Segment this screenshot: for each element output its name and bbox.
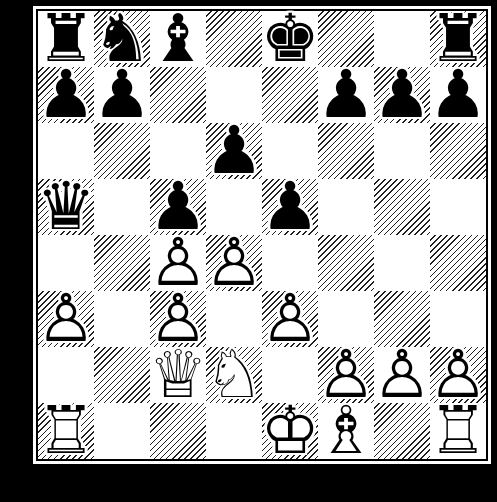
- square-e5[interactable]: ♟♟: [262, 179, 318, 235]
- chess-diagram: ♜♜♞♞♝♝♚♚♜♜♟♟♟♟♟♟♟♟♟♟♟♟♛♛♟♟♟♟♟♙♟♙♟♙♟♙♟♙♛♕…: [33, 6, 491, 464]
- white-pawn-icon: ♙: [150, 291, 206, 347]
- square-c1[interactable]: [150, 403, 206, 459]
- black-rook-icon: ♜: [38, 11, 94, 67]
- piece-halo: ♟: [318, 347, 374, 403]
- square-d5[interactable]: [206, 179, 262, 235]
- square-d7[interactable]: [206, 67, 262, 123]
- square-h4[interactable]: [430, 235, 486, 291]
- square-f1[interactable]: ♝♗: [318, 403, 374, 459]
- square-a4[interactable]: [38, 235, 94, 291]
- white-rook-icon: ♖: [430, 403, 486, 459]
- square-e1[interactable]: ♚♔: [262, 403, 318, 459]
- black-pawn-icon: ♟: [38, 67, 94, 123]
- piece-halo: ♚: [262, 403, 318, 459]
- piece-halo: ♟: [94, 67, 150, 123]
- piece-halo: ♟: [374, 67, 430, 123]
- square-c3[interactable]: ♟♙: [150, 291, 206, 347]
- square-h5[interactable]: [430, 179, 486, 235]
- black-pawn-icon: ♟: [262, 179, 318, 235]
- white-pawn-icon: ♙: [262, 291, 318, 347]
- square-d6[interactable]: ♟♟: [206, 123, 262, 179]
- white-pawn-icon: ♙: [374, 347, 430, 403]
- square-b7[interactable]: ♟♟: [94, 67, 150, 123]
- square-b5[interactable]: [94, 179, 150, 235]
- piece-halo: ♞: [94, 11, 150, 67]
- white-bishop-icon: ♗: [318, 403, 374, 459]
- white-queen-icon: ♕: [150, 347, 206, 403]
- square-e8[interactable]: ♚♚: [262, 11, 318, 67]
- square-g8[interactable]: [374, 11, 430, 67]
- piece-halo: ♟: [430, 347, 486, 403]
- piece-halo: ♟: [430, 67, 486, 123]
- square-e3[interactable]: ♟♙: [262, 291, 318, 347]
- square-g5[interactable]: [374, 179, 430, 235]
- square-f8[interactable]: [318, 11, 374, 67]
- piece-halo: ♞: [206, 347, 262, 403]
- square-g2[interactable]: ♟♙: [374, 347, 430, 403]
- white-pawn-icon: ♙: [318, 347, 374, 403]
- piece-halo: ♟: [206, 235, 262, 291]
- square-e2[interactable]: [262, 347, 318, 403]
- black-rook-icon: ♜: [430, 11, 486, 67]
- white-pawn-icon: ♙: [38, 291, 94, 347]
- page-background: { "game": "chess", "position": { "fen": …: [0, 0, 497, 502]
- square-b6[interactable]: [94, 123, 150, 179]
- square-e7[interactable]: [262, 67, 318, 123]
- white-king-icon: ♔: [262, 403, 318, 459]
- black-pawn-icon: ♟: [374, 67, 430, 123]
- square-c4[interactable]: ♟♙: [150, 235, 206, 291]
- black-pawn-icon: ♟: [150, 179, 206, 235]
- piece-halo: ♜: [430, 403, 486, 459]
- square-e4[interactable]: [262, 235, 318, 291]
- piece-halo: ♝: [150, 11, 206, 67]
- piece-halo: ♛: [150, 347, 206, 403]
- piece-halo: ♟: [206, 123, 262, 179]
- square-c6[interactable]: [150, 123, 206, 179]
- white-knight-icon: ♘: [206, 347, 262, 403]
- square-g4[interactable]: [374, 235, 430, 291]
- white-pawn-icon: ♙: [150, 235, 206, 291]
- square-f4[interactable]: [318, 235, 374, 291]
- square-a6[interactable]: [38, 123, 94, 179]
- white-pawn-icon: ♙: [206, 235, 262, 291]
- square-h3[interactable]: [430, 291, 486, 347]
- square-c2[interactable]: ♛♕: [150, 347, 206, 403]
- square-b1[interactable]: [94, 403, 150, 459]
- piece-halo: ♝: [318, 403, 374, 459]
- square-h1[interactable]: ♜♖: [430, 403, 486, 459]
- square-f7[interactable]: ♟♟: [318, 67, 374, 123]
- square-c5[interactable]: ♟♟: [150, 179, 206, 235]
- piece-halo: ♟: [150, 291, 206, 347]
- square-b2[interactable]: [94, 347, 150, 403]
- square-c8[interactable]: ♝♝: [150, 11, 206, 67]
- square-g6[interactable]: [374, 123, 430, 179]
- square-a7[interactable]: ♟♟: [38, 67, 94, 123]
- white-rook-icon: ♖: [38, 403, 94, 459]
- square-b3[interactable]: [94, 291, 150, 347]
- piece-halo: ♚: [262, 11, 318, 67]
- square-h2[interactable]: ♟♙: [430, 347, 486, 403]
- square-a8[interactable]: ♜♜: [38, 11, 94, 67]
- square-g3[interactable]: [374, 291, 430, 347]
- square-d3[interactable]: [206, 291, 262, 347]
- square-f5[interactable]: [318, 179, 374, 235]
- chess-board: ♜♜♞♞♝♝♚♚♜♜♟♟♟♟♟♟♟♟♟♟♟♟♛♛♟♟♟♟♟♙♟♙♟♙♟♙♟♙♛♕…: [38, 11, 486, 459]
- piece-halo: ♟: [150, 235, 206, 291]
- piece-halo: ♟: [38, 67, 94, 123]
- black-bishop-icon: ♝: [150, 11, 206, 67]
- square-g7[interactable]: ♟♟: [374, 67, 430, 123]
- square-h6[interactable]: [430, 123, 486, 179]
- piece-halo: ♟: [150, 179, 206, 235]
- piece-halo: ♟: [318, 67, 374, 123]
- black-knight-icon: ♞: [94, 11, 150, 67]
- square-d2[interactable]: ♞♘: [206, 347, 262, 403]
- piece-halo: ♟: [38, 291, 94, 347]
- white-pawn-icon: ♙: [430, 347, 486, 403]
- square-c7[interactable]: [150, 67, 206, 123]
- piece-halo: ♜: [430, 11, 486, 67]
- board-frame: ♜♜♞♞♝♝♚♚♜♜♟♟♟♟♟♟♟♟♟♟♟♟♛♛♟♟♟♟♟♙♟♙♟♙♟♙♟♙♛♕…: [36, 9, 488, 461]
- square-a3[interactable]: ♟♙: [38, 291, 94, 347]
- black-king-icon: ♚: [262, 11, 318, 67]
- piece-halo: ♛: [38, 179, 94, 235]
- square-d1[interactable]: [206, 403, 262, 459]
- black-pawn-icon: ♟: [206, 123, 262, 179]
- piece-halo: ♜: [38, 11, 94, 67]
- square-d8[interactable]: [206, 11, 262, 67]
- square-a2[interactable]: [38, 347, 94, 403]
- square-h8[interactable]: ♜♜: [430, 11, 486, 67]
- square-a5[interactable]: ♛♛: [38, 179, 94, 235]
- square-b8[interactable]: ♞♞: [94, 11, 150, 67]
- black-pawn-icon: ♟: [430, 67, 486, 123]
- square-f6[interactable]: [318, 123, 374, 179]
- black-queen-icon: ♛: [38, 179, 94, 235]
- square-f2[interactable]: ♟♙: [318, 347, 374, 403]
- piece-halo: ♟: [262, 179, 318, 235]
- black-pawn-icon: ♟: [318, 67, 374, 123]
- square-d4[interactable]: ♟♙: [206, 235, 262, 291]
- square-e6[interactable]: [262, 123, 318, 179]
- piece-halo: ♟: [374, 347, 430, 403]
- square-g1[interactable]: [374, 403, 430, 459]
- square-b4[interactable]: [94, 235, 150, 291]
- piece-halo: ♜: [38, 403, 94, 459]
- square-f3[interactable]: [318, 291, 374, 347]
- square-a1[interactable]: ♜♖: [38, 403, 94, 459]
- square-h7[interactable]: ♟♟: [430, 67, 486, 123]
- piece-halo: ♟: [262, 291, 318, 347]
- black-pawn-icon: ♟: [94, 67, 150, 123]
